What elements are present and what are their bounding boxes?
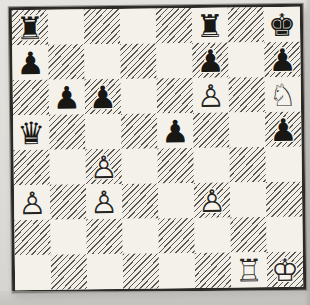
square-b2: [50, 219, 86, 254]
square-c5: [85, 114, 121, 149]
white-piece-outline-layer: ♙: [14, 185, 50, 220]
piece-black-queen: ♛: [13, 115, 49, 150]
piece-white-pawn: ♟♙: [86, 184, 122, 219]
square-f1: [195, 253, 231, 288]
white-piece-outline-layer: ♙: [193, 78, 229, 113]
square-e8: [156, 8, 192, 43]
piece-black-rook: ♜: [192, 8, 228, 43]
chess-board-wrapper: ♜♜♚♟♟♟♟♟♟♙♞♘♛♟♟♟♙♟♙♟♙♟♙♜♖♚♔: [9, 4, 306, 294]
white-piece-outline-layer: ♙: [86, 184, 122, 219]
piece-black-pawn: ♟: [49, 79, 85, 114]
piece-white-pawn: ♟♙: [193, 78, 229, 113]
square-b6: ♟: [49, 79, 85, 114]
square-f6: ♟♙: [193, 78, 229, 113]
square-d7: [120, 43, 156, 78]
piece-black-rook: ♜: [12, 10, 48, 45]
black-piece-layer: ♜: [12, 10, 48, 45]
square-h2: [266, 217, 302, 252]
square-d2: [122, 218, 158, 253]
square-a8: ♜: [12, 10, 48, 45]
square-g1: ♜♖: [231, 252, 267, 287]
square-d4: [121, 148, 157, 183]
black-piece-layer: ♟: [265, 112, 301, 147]
square-h7: ♟: [264, 42, 300, 77]
square-e5: ♟: [157, 113, 193, 148]
piece-black-pawn: ♟: [85, 79, 121, 114]
black-piece-layer: ♜: [192, 8, 228, 43]
black-piece-layer: ♛: [13, 115, 49, 150]
square-g4: [229, 147, 265, 182]
square-d6: [121, 78, 157, 113]
square-b1: [51, 254, 87, 289]
square-b4: [50, 149, 86, 184]
square-c2: [86, 219, 122, 254]
scanned-book-page: { "game": "chess", "diagram_style": { "t…: [0, 0, 310, 305]
square-a7: ♟: [12, 45, 48, 80]
white-piece-outline-layer: ♙: [194, 183, 230, 218]
square-d5: [121, 113, 157, 148]
piece-white-king: ♚♔: [267, 252, 303, 287]
chess-board: ♜♜♚♟♟♟♟♟♟♙♞♘♛♟♟♟♙♟♙♟♙♟♙♜♖♚♔: [9, 4, 306, 294]
square-e7: [156, 43, 192, 78]
square-h4: [265, 147, 301, 182]
square-b5: [49, 114, 85, 149]
square-a6: [13, 80, 49, 115]
square-c4: ♟♙: [85, 149, 121, 184]
square-g3: [230, 182, 266, 217]
piece-white-rook: ♜♖: [231, 252, 267, 287]
black-piece-layer: ♟: [12, 45, 48, 80]
square-b3: [50, 184, 86, 219]
white-piece-outline-layer: ♘: [265, 77, 301, 112]
square-a4: [14, 150, 50, 185]
square-b8: [48, 9, 84, 44]
square-d8: [120, 8, 156, 43]
square-g8: [228, 7, 264, 42]
square-f7: ♟: [192, 43, 228, 78]
square-c6: ♟: [85, 79, 121, 114]
square-e3: [158, 183, 194, 218]
square-e6: [157, 78, 193, 113]
black-piece-layer: ♟: [192, 43, 228, 78]
square-d1: [123, 253, 159, 288]
square-b7: [48, 44, 84, 79]
piece-white-pawn: ♟♙: [194, 183, 230, 218]
square-a5: ♛: [13, 115, 49, 150]
black-piece-layer: ♚: [264, 7, 300, 42]
square-d3: [122, 183, 158, 218]
square-f2: [194, 218, 230, 253]
square-e1: [159, 253, 195, 288]
black-piece-layer: ♟: [85, 79, 121, 114]
square-c8: [84, 9, 120, 44]
square-a2: [14, 220, 50, 255]
white-piece-outline-layer: ♙: [85, 149, 121, 184]
square-f3: ♟♙: [194, 183, 230, 218]
page-scan-shadow-bottom: [0, 291, 310, 305]
white-piece-outline-layer: ♔: [267, 252, 303, 287]
square-h1: ♚♔: [267, 252, 303, 287]
square-a1: [15, 255, 51, 290]
square-c3: ♟♙: [86, 184, 122, 219]
white-piece-outline-layer: ♖: [231, 252, 267, 287]
square-f4: [193, 148, 229, 183]
square-g7: [228, 42, 264, 77]
piece-black-pawn: ♟: [192, 43, 228, 78]
piece-black-pawn: ♟: [265, 112, 301, 147]
square-f5: [193, 113, 229, 148]
square-h5: ♟: [265, 112, 301, 147]
piece-black-pawn: ♟: [264, 42, 300, 77]
square-h6: ♞♘: [265, 77, 301, 112]
page-scan-shadow-right: [304, 0, 310, 305]
piece-white-pawn: ♟♙: [85, 149, 121, 184]
square-g2: [230, 217, 266, 252]
square-e4: [157, 148, 193, 183]
piece-black-pawn: ♟: [12, 45, 48, 80]
black-piece-layer: ♟: [157, 113, 193, 148]
black-piece-layer: ♟: [264, 42, 300, 77]
square-g6: [229, 77, 265, 112]
piece-white-pawn: ♟♙: [14, 185, 50, 220]
square-e2: [158, 218, 194, 253]
piece-black-pawn: ♟: [157, 113, 193, 148]
black-piece-layer: ♟: [49, 79, 85, 114]
square-c1: [87, 254, 123, 289]
piece-black-king: ♚: [264, 7, 300, 42]
square-g5: [229, 112, 265, 147]
square-c7: [84, 44, 120, 79]
square-f8: ♜: [192, 8, 228, 43]
piece-white-knight: ♞♘: [265, 77, 301, 112]
square-h3: [266, 182, 302, 217]
square-a3: ♟♙: [14, 185, 50, 220]
square-h8: ♚: [264, 7, 300, 42]
